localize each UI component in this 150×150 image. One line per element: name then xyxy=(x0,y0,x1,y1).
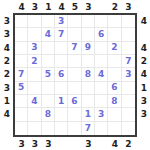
cell-r2c8[interactable] xyxy=(108,28,121,41)
clue-bottom-8: 4 xyxy=(108,138,121,150)
cell-digit: 6 xyxy=(98,30,104,39)
cell-r3c8[interactable]: 2 xyxy=(108,42,121,55)
clue-top-6: 3 xyxy=(82,1,95,13)
cell-r8c7[interactable]: 3 xyxy=(95,108,108,121)
clue-bottom-4 xyxy=(55,138,68,150)
cell-r5c5[interactable] xyxy=(68,68,81,81)
cell-r9c4[interactable] xyxy=(55,122,68,135)
cell-r6c1[interactable]: 5 xyxy=(15,82,28,95)
cell-r8c1[interactable] xyxy=(15,108,28,121)
cell-r6c4[interactable] xyxy=(55,82,68,95)
clue-top-7 xyxy=(95,1,108,13)
cell-r1c1[interactable] xyxy=(15,15,28,28)
cell-r9c3[interactable] xyxy=(42,122,55,135)
cell-r5c3[interactable]: 5 xyxy=(42,68,55,81)
clue-right-4: 2 xyxy=(138,55,150,68)
clue-left-7: 1 xyxy=(1,95,13,108)
cell-r6c6[interactable] xyxy=(82,82,95,95)
clue-top-4: 4 xyxy=(55,1,68,13)
cell-r6c7[interactable] xyxy=(95,82,108,95)
cell-r1c9[interactable] xyxy=(122,15,135,28)
cell-r1c8[interactable] xyxy=(108,15,121,28)
cell-r4c2[interactable]: 2 xyxy=(28,55,41,68)
cell-digit: 7 xyxy=(125,57,131,66)
cell-r7c9[interactable] xyxy=(122,95,135,108)
cell-r6c5[interactable] xyxy=(68,82,81,95)
cell-r4c3[interactable] xyxy=(42,55,55,68)
cell-r7c8[interactable]: 8 xyxy=(108,95,121,108)
cell-r3c2[interactable]: 3 xyxy=(28,42,41,55)
cell-digit: 3 xyxy=(58,17,64,26)
cell-r1c2[interactable] xyxy=(28,15,41,28)
cell-digit: 4 xyxy=(45,30,51,39)
cell-r9c9[interactable] xyxy=(122,122,135,135)
cell-r5c6[interactable]: 8 xyxy=(82,68,95,81)
clue-left-6: 3 xyxy=(1,82,13,95)
cell-r7c2[interactable]: 4 xyxy=(28,95,41,108)
cell-digit: 9 xyxy=(85,43,91,52)
cell-r2c2[interactable] xyxy=(28,28,41,41)
clue-right-6: 1 xyxy=(138,82,150,95)
cell-r8c5[interactable] xyxy=(68,108,81,121)
cell-digit: 8 xyxy=(45,110,51,119)
clue-top-1: 4 xyxy=(15,1,28,13)
clues-bottom: 333342 xyxy=(15,138,135,150)
cell-r8c9[interactable] xyxy=(122,108,135,121)
cell-digit: 2 xyxy=(111,43,117,52)
cell-digit: 8 xyxy=(85,70,91,79)
clue-right-2 xyxy=(138,28,150,41)
clue-top-3: 1 xyxy=(42,1,55,13)
clues-top: 43145323 xyxy=(15,1,135,13)
clue-top-8: 2 xyxy=(108,1,121,13)
board: 34763792277568435641688137 xyxy=(13,13,137,137)
clue-right-8: 3 xyxy=(138,108,150,121)
cell-r1c4[interactable]: 3 xyxy=(55,15,68,28)
cell-digit: 6 xyxy=(71,97,77,106)
clue-top-5: 5 xyxy=(68,1,81,13)
cell-r2c9[interactable] xyxy=(122,28,135,41)
cell-r3c3[interactable] xyxy=(42,42,55,55)
cell-digit: 7 xyxy=(71,43,77,52)
cell-r4c9[interactable]: 7 xyxy=(122,55,135,68)
cell-r3c4[interactable] xyxy=(55,42,68,55)
cell-r4c6[interactable] xyxy=(82,55,95,68)
clue-right-5: 4 xyxy=(138,68,150,81)
cell-r7c6[interactable] xyxy=(82,95,95,108)
clue-left-4: 2 xyxy=(1,55,13,68)
clue-right-9 xyxy=(138,122,150,135)
cell-r5c2[interactable] xyxy=(28,68,41,81)
cell-r9c5[interactable] xyxy=(68,122,81,135)
cell-digit: 7 xyxy=(85,124,91,133)
cell-r6c3[interactable] xyxy=(42,82,55,95)
cell-r9c2[interactable] xyxy=(28,122,41,135)
clue-right-7: 3 xyxy=(138,95,150,108)
cell-r2c5[interactable] xyxy=(68,28,81,41)
cell-r7c3[interactable] xyxy=(42,95,55,108)
cell-r3c7[interactable] xyxy=(95,42,108,55)
clue-left-2: 3 xyxy=(1,28,13,41)
cell-r6c8[interactable]: 6 xyxy=(108,82,121,95)
cell-r5c9[interactable]: 3 xyxy=(122,68,135,81)
cell-digit: 1 xyxy=(58,97,64,106)
clue-left-5: 2 xyxy=(1,68,13,81)
cell-digit: 6 xyxy=(58,70,64,79)
cell-r6c9[interactable] xyxy=(122,82,135,95)
clue-bottom-6: 3 xyxy=(82,138,95,150)
cell-r4c4[interactable] xyxy=(55,55,68,68)
clue-bottom-1: 3 xyxy=(15,138,28,150)
cell-r4c5[interactable] xyxy=(68,55,81,68)
cell-r2c6[interactable] xyxy=(82,28,95,41)
cell-r8c8[interactable] xyxy=(108,108,121,121)
clue-left-3: 4 xyxy=(1,42,13,55)
clue-left-8: 4 xyxy=(1,108,13,121)
cell-r1c5[interactable] xyxy=(68,15,81,28)
skyscrapers-puzzle: 43145323 33422314 4424133 333342 3476379… xyxy=(0,0,150,150)
cell-r8c2[interactable] xyxy=(28,108,41,121)
cell-r5c1[interactable]: 7 xyxy=(15,68,28,81)
cell-digit: 5 xyxy=(45,70,51,79)
cell-r3c9[interactable] xyxy=(122,42,135,55)
clue-bottom-2: 3 xyxy=(28,138,41,150)
cell-r6c2[interactable] xyxy=(28,82,41,95)
cell-r9c8[interactable] xyxy=(108,122,121,135)
cell-r9c7[interactable] xyxy=(95,122,108,135)
cell-digit: 4 xyxy=(98,70,104,79)
clue-right-1: 4 xyxy=(138,15,150,28)
cell-digit: 2 xyxy=(31,57,37,66)
cell-digit: 3 xyxy=(125,70,131,79)
cell-r9c6[interactable]: 7 xyxy=(82,122,95,135)
clue-left-9 xyxy=(1,122,13,135)
cell-digit: 4 xyxy=(31,97,37,106)
cell-r4c1[interactable] xyxy=(15,55,28,68)
cell-r7c5[interactable]: 6 xyxy=(68,95,81,108)
cell-r4c8[interactable] xyxy=(108,55,121,68)
cell-digit: 1 xyxy=(85,110,91,119)
cell-r3c5[interactable]: 7 xyxy=(68,42,81,55)
cell-digit: 6 xyxy=(111,83,117,92)
cell-r7c1[interactable] xyxy=(15,95,28,108)
cell-r2c4[interactable]: 7 xyxy=(55,28,68,41)
clue-bottom-3: 3 xyxy=(42,138,55,150)
cell-r1c6[interactable] xyxy=(82,15,95,28)
cell-r1c3[interactable] xyxy=(42,15,55,28)
cell-r5c4[interactable]: 6 xyxy=(55,68,68,81)
cell-r5c7[interactable]: 4 xyxy=(95,68,108,81)
cell-digit: 7 xyxy=(18,70,24,79)
cell-digit: 3 xyxy=(98,110,104,119)
cell-r8c6[interactable]: 1 xyxy=(82,108,95,121)
cell-r8c3[interactable]: 8 xyxy=(42,108,55,121)
cell-r7c4[interactable]: 1 xyxy=(55,95,68,108)
cell-r7c7[interactable] xyxy=(95,95,108,108)
cell-r5c8[interactable] xyxy=(108,68,121,81)
clues-right: 4424133 xyxy=(138,15,150,135)
cell-digit: 7 xyxy=(58,30,64,39)
clue-top-2: 3 xyxy=(28,1,41,13)
cell-r1c7[interactable] xyxy=(95,15,108,28)
clue-bottom-5 xyxy=(68,138,81,150)
cell-r3c6[interactable]: 9 xyxy=(82,42,95,55)
cell-digit: 8 xyxy=(111,97,117,106)
cell-r2c3[interactable]: 4 xyxy=(42,28,55,41)
clue-bottom-9: 2 xyxy=(122,138,135,150)
cell-digit: 3 xyxy=(31,43,37,52)
cell-r9c1[interactable] xyxy=(15,122,28,135)
cell-r2c1[interactable] xyxy=(15,28,28,41)
cell-r4c7[interactable] xyxy=(95,55,108,68)
clue-bottom-7 xyxy=(95,138,108,150)
clue-right-3: 4 xyxy=(138,42,150,55)
cell-r2c7[interactable]: 6 xyxy=(95,28,108,41)
clue-top-9: 3 xyxy=(122,1,135,13)
cell-digit: 5 xyxy=(18,83,24,92)
clue-left-1: 3 xyxy=(1,15,13,28)
clues-left: 33422314 xyxy=(1,15,13,135)
cell-r8c4[interactable] xyxy=(55,108,68,121)
cell-r3c1[interactable] xyxy=(15,42,28,55)
